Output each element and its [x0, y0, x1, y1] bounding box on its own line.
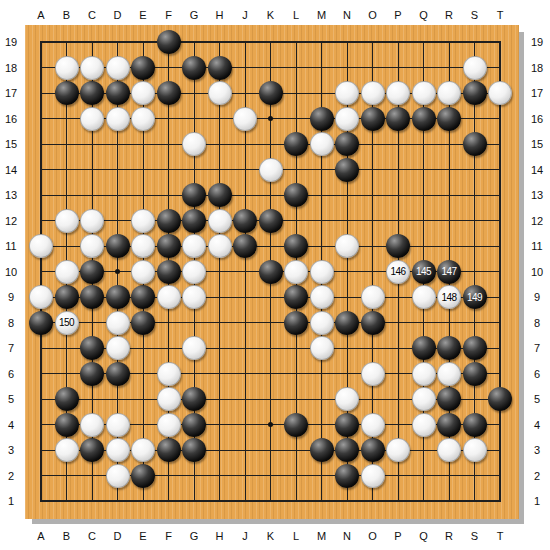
stone-white-R17: [437, 81, 461, 105]
stone-black-E2: [131, 464, 155, 488]
stone-black-D9: [106, 285, 130, 309]
coord-row-6-right: 6: [526, 367, 548, 381]
stone-black-L4: [284, 413, 308, 437]
coord-col-G-top: G: [185, 8, 203, 22]
coord-col-F-bottom: F: [160, 529, 178, 543]
stone-black-R7: [437, 336, 461, 360]
coord-row-15-right: 15: [526, 137, 548, 151]
stone-white-B3: [55, 438, 79, 462]
stone-white-P3: [386, 438, 410, 462]
stone-white-M15: [310, 132, 334, 156]
stone-black-P11: [386, 234, 410, 258]
stone-white-H17: [208, 81, 232, 105]
move-number-label: 145: [416, 266, 431, 277]
stone-black-B9: [55, 285, 79, 309]
stone-white-G7: [182, 336, 206, 360]
stone-black-C7: [80, 336, 104, 360]
coord-row-6-left: 6: [0, 367, 22, 381]
coord-row-2-right: 2: [526, 469, 548, 483]
stone-black-K12: [259, 209, 283, 233]
coord-col-M-top: M: [313, 8, 331, 22]
coord-col-Q-bottom: Q: [415, 529, 433, 543]
coord-row-16-left: 16: [0, 112, 22, 126]
coord-col-C-bottom: C: [83, 529, 101, 543]
stone-white-M7: [310, 336, 334, 360]
coord-row-3-left: 3: [0, 443, 22, 457]
stone-white-R9: 148: [437, 285, 461, 309]
stone-white-N16: [335, 107, 359, 131]
coord-row-11-right: 11: [526, 239, 548, 253]
stone-black-R4: [437, 413, 461, 437]
coord-col-P-bottom: P: [389, 529, 407, 543]
stone-white-E12: [131, 209, 155, 233]
coord-row-8-left: 8: [0, 316, 22, 330]
stone-black-E8: [131, 311, 155, 335]
stone-black-S7: [463, 336, 487, 360]
stone-black-R10: 147: [437, 260, 461, 284]
stone-white-O4: [361, 413, 385, 437]
coord-row-19-right: 19: [526, 35, 548, 49]
coord-col-N-bottom: N: [338, 529, 356, 543]
coord-col-L-bottom: L: [287, 529, 305, 543]
stone-white-D16: [106, 107, 130, 131]
stone-white-C11: [80, 234, 104, 258]
stone-black-S17: [463, 81, 487, 105]
stone-black-G3: [182, 438, 206, 462]
coord-col-H-top: H: [211, 8, 229, 22]
stone-black-L11: [284, 234, 308, 258]
stone-black-K17: [259, 81, 283, 105]
coord-row-17-right: 17: [526, 86, 548, 100]
stone-white-N17: [335, 81, 359, 105]
stone-white-A11: [29, 234, 53, 258]
stone-white-O2: [361, 464, 385, 488]
stone-black-G13: [182, 183, 206, 207]
stone-black-M3: [310, 438, 334, 462]
stone-black-O8: [361, 311, 385, 335]
stone-white-H11: [208, 234, 232, 258]
coord-col-O-bottom: O: [364, 529, 382, 543]
stone-black-H18: [208, 56, 232, 80]
coord-row-5-right: 5: [526, 392, 548, 406]
coord-col-R-bottom: R: [440, 529, 458, 543]
coord-row-4-left: 4: [0, 418, 22, 432]
stone-black-D6: [106, 362, 130, 386]
stone-white-C18: [80, 56, 104, 80]
stone-white-Q17: [412, 81, 436, 105]
coord-col-P-top: P: [389, 8, 407, 22]
move-number-label: 146: [390, 266, 405, 277]
stone-black-R5: [437, 387, 461, 411]
stone-black-B17: [55, 81, 79, 105]
coord-row-7-right: 7: [526, 341, 548, 355]
stone-white-B10: [55, 260, 79, 284]
stone-white-N11: [335, 234, 359, 258]
coord-row-7-left: 7: [0, 341, 22, 355]
stone-white-D4: [106, 413, 130, 437]
stone-black-G4: [182, 413, 206, 437]
coord-col-D-top: D: [109, 8, 127, 22]
stone-white-M9: [310, 285, 334, 309]
coord-row-15-left: 15: [0, 137, 22, 151]
stone-white-F6: [157, 362, 181, 386]
stone-white-O6: [361, 362, 385, 386]
stone-black-N14: [335, 158, 359, 182]
coord-row-18-right: 18: [526, 61, 548, 75]
stone-white-D8: [106, 311, 130, 335]
stone-black-C9: [80, 285, 104, 309]
stone-black-H13: [208, 183, 232, 207]
coord-row-12-left: 12: [0, 214, 22, 228]
stone-white-G15: [182, 132, 206, 156]
stone-white-J16: [233, 107, 257, 131]
stone-black-A8: [29, 311, 53, 335]
stone-white-F9: [157, 285, 181, 309]
stone-black-F12: [157, 209, 181, 233]
stone-black-S15: [463, 132, 487, 156]
stone-black-D17: [106, 81, 130, 105]
move-number-label: 148: [441, 292, 456, 303]
stone-white-F5: [157, 387, 181, 411]
star-point: [115, 269, 120, 274]
coord-row-17-left: 17: [0, 86, 22, 100]
stone-black-J11: [233, 234, 257, 258]
coord-row-1-right: 1: [526, 494, 548, 508]
stone-white-Q9: [412, 285, 436, 309]
stone-white-L10: [284, 260, 308, 284]
coord-row-12-right: 12: [526, 214, 548, 228]
stone-black-L9: [284, 285, 308, 309]
coord-col-G-bottom: G: [185, 529, 203, 543]
stone-black-K10: [259, 260, 283, 284]
coord-col-D-bottom: D: [109, 529, 127, 543]
stone-white-N5: [335, 387, 359, 411]
stone-white-K14: [259, 158, 283, 182]
coord-col-M-bottom: M: [313, 529, 331, 543]
coord-col-C-top: C: [83, 8, 101, 22]
stone-black-D11: [106, 234, 130, 258]
stone-black-M16: [310, 107, 334, 131]
stone-black-P16: [386, 107, 410, 131]
coord-col-H-bottom: H: [211, 529, 229, 543]
stone-black-L15: [284, 132, 308, 156]
go-diagram-screenshot: 145147149146148150 ABCDEFGHJKLMNOPQRST A…: [0, 0, 550, 550]
stone-black-C3: [80, 438, 104, 462]
coord-row-13-left: 13: [0, 188, 22, 202]
coord-col-T-top: T: [491, 8, 509, 22]
stone-black-G5: [182, 387, 206, 411]
stone-white-D18: [106, 56, 130, 80]
coord-row-9-right: 9: [526, 290, 548, 304]
stone-black-O16: [361, 107, 385, 131]
stone-black-R16: [437, 107, 461, 131]
stone-black-Q7: [412, 336, 436, 360]
coord-row-2-left: 2: [0, 469, 22, 483]
coord-col-F-top: F: [160, 8, 178, 22]
stone-white-G11: [182, 234, 206, 258]
stone-black-F3: [157, 438, 181, 462]
stone-white-E17: [131, 81, 155, 105]
coord-col-L-top: L: [287, 8, 305, 22]
coord-row-1-left: 1: [0, 494, 22, 508]
stone-white-Q5: [412, 387, 436, 411]
coord-col-B-top: B: [58, 8, 76, 22]
stone-white-M8: [310, 311, 334, 335]
coord-row-13-right: 13: [526, 188, 548, 202]
coord-col-J-bottom: J: [236, 529, 254, 543]
stone-black-N3: [335, 438, 359, 462]
stone-white-C12: [80, 209, 104, 233]
coord-row-4-right: 4: [526, 418, 548, 432]
stone-white-B8: 150: [55, 311, 79, 335]
stone-black-N15: [335, 132, 359, 156]
coord-row-5-left: 5: [0, 392, 22, 406]
stone-white-E3: [131, 438, 155, 462]
stone-black-F19: [157, 30, 181, 54]
coord-col-K-top: K: [262, 8, 280, 22]
coord-col-T-bottom: T: [491, 529, 509, 543]
stone-white-M10: [310, 260, 334, 284]
stone-black-S6: [463, 362, 487, 386]
stone-white-G9: [182, 285, 206, 309]
stone-black-N2: [335, 464, 359, 488]
coord-col-S-bottom: S: [466, 529, 484, 543]
stone-black-L8: [284, 311, 308, 335]
coord-row-10-right: 10: [526, 265, 548, 279]
stone-white-E10: [131, 260, 155, 284]
coord-col-O-top: O: [364, 8, 382, 22]
coord-col-K-bottom: K: [262, 529, 280, 543]
move-number-label: 150: [59, 317, 74, 328]
stone-white-Q6: [412, 362, 436, 386]
coord-col-S-top: S: [466, 8, 484, 22]
stone-white-H12: [208, 209, 232, 233]
star-point: [268, 422, 273, 427]
stone-black-F10: [157, 260, 181, 284]
coord-col-Q-top: Q: [415, 8, 433, 22]
coord-row-9-left: 9: [0, 290, 22, 304]
stone-white-E16: [131, 107, 155, 131]
stone-white-F4: [157, 413, 181, 437]
stone-black-N4: [335, 413, 359, 437]
stone-black-C17: [80, 81, 104, 105]
stone-black-G18: [182, 56, 206, 80]
coord-row-18-left: 18: [0, 61, 22, 75]
stone-white-T17: [488, 81, 512, 105]
stone-black-T5: [488, 387, 512, 411]
coord-col-E-bottom: E: [134, 529, 152, 543]
stone-white-D7: [106, 336, 130, 360]
coord-row-14-right: 14: [526, 163, 548, 177]
stone-white-B18: [55, 56, 79, 80]
stone-white-A9: [29, 285, 53, 309]
coord-col-J-top: J: [236, 8, 254, 22]
stone-white-O9: [361, 285, 385, 309]
coord-row-3-right: 3: [526, 443, 548, 457]
stone-black-C10: [80, 260, 104, 284]
stone-black-B4: [55, 413, 79, 437]
goban[interactable]: 145147149146148150: [25, 25, 519, 519]
stone-white-D2: [106, 464, 130, 488]
stone-black-N8: [335, 311, 359, 335]
stone-white-E11: [131, 234, 155, 258]
stone-white-S3: [463, 438, 487, 462]
coord-row-14-left: 14: [0, 163, 22, 177]
stone-black-E9: [131, 285, 155, 309]
coord-col-A-bottom: A: [32, 529, 50, 543]
coord-row-11-left: 11: [0, 239, 22, 253]
stone-black-F17: [157, 81, 181, 105]
coord-col-R-top: R: [440, 8, 458, 22]
move-number-label: 149: [467, 292, 482, 303]
stone-white-P17: [386, 81, 410, 105]
stone-white-S18: [463, 56, 487, 80]
coord-col-E-top: E: [134, 8, 152, 22]
stone-black-S4: [463, 413, 487, 437]
stone-white-R6: [437, 362, 461, 386]
coord-col-B-bottom: B: [58, 529, 76, 543]
stone-black-S9: 149: [463, 285, 487, 309]
move-number-label: 147: [441, 266, 456, 277]
coord-row-8-right: 8: [526, 316, 548, 330]
stone-white-O17: [361, 81, 385, 105]
stone-white-C4: [80, 413, 104, 437]
coord-row-16-right: 16: [526, 112, 548, 126]
stone-white-C16: [80, 107, 104, 131]
stone-white-D3: [106, 438, 130, 462]
coord-col-A-top: A: [32, 8, 50, 22]
stone-black-C6: [80, 362, 104, 386]
stone-black-F11: [157, 234, 181, 258]
stone-black-Q16: [412, 107, 436, 131]
stone-white-G10: [182, 260, 206, 284]
stone-white-B12: [55, 209, 79, 233]
stone-white-R3: [437, 438, 461, 462]
stone-white-P10: 146: [386, 260, 410, 284]
stone-black-B5: [55, 387, 79, 411]
star-point: [268, 116, 273, 121]
coord-row-19-left: 19: [0, 35, 22, 49]
stone-black-L13: [284, 183, 308, 207]
stone-black-Q10: 145: [412, 260, 436, 284]
stone-white-Q4: [412, 413, 436, 437]
coord-row-10-left: 10: [0, 265, 22, 279]
stone-black-G12: [182, 209, 206, 233]
stone-black-J12: [233, 209, 257, 233]
stone-black-E18: [131, 56, 155, 80]
coord-col-N-top: N: [338, 8, 356, 22]
stone-black-O3: [361, 438, 385, 462]
